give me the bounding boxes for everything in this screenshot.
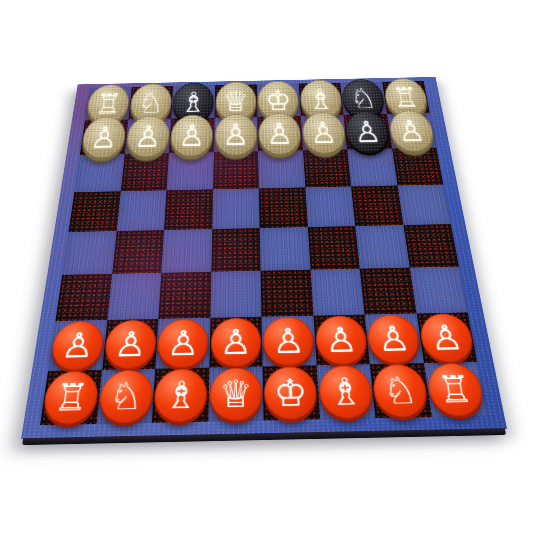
square-e3[interactable] [261, 270, 314, 317]
white-bishop-icon: ♗ [327, 372, 363, 410]
square-h8[interactable]: ♖ [382, 81, 430, 114]
square-c2[interactable]: ♙ [155, 318, 210, 369]
white-pawn-icon: ♙ [324, 322, 359, 357]
black-pawn-icon: ♙ [222, 119, 249, 149]
square-b6[interactable] [120, 153, 168, 191]
square-b4[interactable] [112, 230, 164, 274]
square-g8[interactable]: ♘ [340, 82, 387, 115]
square-g5[interactable] [351, 185, 403, 226]
square-a5[interactable] [68, 191, 120, 232]
black-queen-icon: ♕ [223, 87, 249, 115]
square-g2[interactable]: ♙ [365, 313, 424, 364]
white-knight-icon: ♘ [381, 371, 419, 409]
piece-white-pawn-b2[interactable]: ♙ [103, 319, 157, 369]
square-c6[interactable] [167, 152, 214, 190]
piece-white-rook-h1[interactable]: ♖ [425, 362, 486, 416]
piece-white-rook-a1[interactable]: ♖ [41, 370, 100, 424]
black-bishop-icon: ♗ [180, 88, 207, 116]
square-b3[interactable] [107, 273, 161, 320]
square-a1[interactable]: ♖ [40, 370, 102, 425]
white-pawn-icon: ♙ [428, 320, 466, 355]
square-h7[interactable]: ♙ [387, 113, 437, 148]
square-a2[interactable]: ♙ [48, 320, 107, 371]
black-pawn-icon: ♙ [266, 119, 294, 149]
square-d2[interactable]: ♙ [209, 317, 263, 368]
square-c3[interactable] [158, 272, 211, 319]
square-h1[interactable]: ♖ [424, 362, 488, 417]
white-rook-icon: ♖ [435, 370, 474, 408]
square-f8[interactable]: ♗ [298, 83, 343, 116]
white-knight-icon: ♘ [108, 377, 144, 415]
square-d5[interactable] [212, 188, 260, 229]
piece-black-pawn-b7[interactable]: ♙ [125, 115, 170, 158]
white-pawn-icon: ♙ [272, 323, 305, 358]
square-f2[interactable]: ♙ [313, 315, 370, 366]
piece-white-pawn-g2[interactable]: ♙ [366, 314, 422, 364]
piece-black-pawn-c7[interactable]: ♙ [170, 114, 214, 157]
square-c4[interactable] [161, 229, 212, 273]
square-f7[interactable]: ♙ [300, 115, 347, 150]
square-d4[interactable] [211, 228, 261, 272]
board-grid: ♖♘♗♕♔♗♘♖♙♙♙♙♙♙♙♙♙♙♙♙♙♙♙♙♖♘♗♕♔♗♘♖ [40, 81, 487, 425]
square-e7[interactable]: ♙ [257, 116, 302, 151]
white-pawn-icon: ♙ [376, 321, 412, 356]
white-king-icon: ♔ [273, 374, 308, 412]
square-h2[interactable]: ♙ [416, 312, 477, 363]
square-g1[interactable]: ♘ [370, 363, 432, 418]
piece-white-bishop-f1[interactable]: ♗ [317, 365, 374, 419]
square-g7[interactable]: ♙ [344, 114, 392, 149]
black-king-icon: ♔ [265, 86, 292, 114]
black-pawn-icon: ♙ [89, 122, 119, 152]
square-e4[interactable] [260, 227, 310, 271]
square-a7[interactable]: ♙ [80, 120, 128, 156]
square-h3[interactable] [409, 267, 467, 314]
piece-white-pawn-d2[interactable]: ♙ [210, 317, 261, 367]
square-b7[interactable]: ♙ [124, 119, 171, 155]
square-d6[interactable] [213, 151, 259, 189]
square-h6[interactable] [392, 148, 444, 186]
piece-white-pawn-h2[interactable]: ♙ [417, 313, 476, 363]
square-c7[interactable]: ♙ [169, 118, 214, 154]
square-e8[interactable]: ♔ [257, 84, 301, 117]
white-rook-icon: ♖ [52, 378, 90, 416]
white-pawn-icon: ♙ [113, 327, 148, 362]
chess-board: ♖♘♗♕♔♗♘♖♙♙♙♙♙♙♙♙♙♙♙♙♙♙♙♙♖♘♗♕♔♗♘♖ [21, 77, 507, 439]
square-h4[interactable] [403, 224, 459, 268]
piece-white-pawn-f2[interactable]: ♙ [314, 315, 368, 365]
piece-white-queen-d1[interactable]: ♕ [209, 367, 262, 421]
square-g6[interactable] [347, 149, 397, 187]
white-pawn-icon: ♙ [166, 325, 199, 360]
piece-black-pawn-a7[interactable]: ♙ [80, 116, 127, 159]
square-f5[interactable] [305, 186, 355, 227]
square-b5[interactable] [116, 190, 166, 231]
square-e6[interactable] [258, 150, 305, 188]
piece-black-pawn-d7[interactable]: ♙ [214, 113, 257, 156]
square-f4[interactable] [307, 226, 359, 270]
square-d8[interactable]: ♕ [214, 84, 257, 117]
white-bishop-icon: ♗ [163, 376, 198, 414]
piece-black-pawn-e7[interactable]: ♙ [258, 112, 302, 155]
square-a6[interactable] [74, 154, 124, 192]
square-f1[interactable]: ♗ [316, 364, 375, 419]
white-pawn-icon: ♙ [220, 324, 252, 359]
square-b8[interactable]: ♘ [128, 86, 173, 119]
square-d3[interactable] [210, 271, 262, 318]
square-f6[interactable] [303, 150, 351, 188]
square-g4[interactable] [355, 225, 409, 269]
square-e1[interactable]: ♔ [263, 365, 320, 420]
black-rook-icon: ♖ [391, 83, 421, 111]
piece-black-pawn-f7[interactable]: ♙ [301, 112, 346, 155]
piece-white-knight-g1[interactable]: ♘ [371, 364, 430, 418]
square-c5[interactable] [164, 189, 213, 230]
black-knight-icon: ♘ [349, 84, 378, 112]
square-a8[interactable]: ♖ [85, 87, 132, 120]
piece-white-bishop-c1[interactable]: ♗ [153, 368, 208, 422]
piece-white-pawn-c2[interactable]: ♙ [157, 318, 209, 368]
square-g3[interactable] [360, 268, 416, 315]
black-pawn-icon: ♙ [309, 118, 338, 148]
square-c1[interactable]: ♗ [152, 368, 209, 423]
black-pawn-icon: ♙ [396, 116, 427, 146]
piece-black-pawn-g7[interactable]: ♙ [344, 111, 391, 154]
piece-white-king-e1[interactable]: ♔ [264, 366, 319, 420]
square-e5[interactable] [259, 187, 308, 228]
board-frame: ♖♘♗♕♔♗♘♖♙♙♙♙♙♙♙♙♙♙♙♙♙♙♙♙♖♘♗♕♔♗♘♖ [21, 77, 507, 439]
square-b2[interactable]: ♙ [102, 319, 159, 370]
piece-white-knight-b1[interactable]: ♘ [97, 369, 154, 423]
white-queen-icon: ♕ [219, 375, 253, 413]
square-b1[interactable]: ♘ [96, 369, 155, 424]
piece-white-pawn-e2[interactable]: ♙ [263, 316, 315, 366]
black-bishop-icon: ♗ [307, 85, 335, 113]
piece-black-pawn-h7[interactable]: ♙ [387, 110, 436, 153]
square-c8[interactable]: ♗ [171, 85, 215, 118]
square-d7[interactable]: ♙ [214, 117, 259, 153]
square-h5[interactable] [397, 184, 451, 225]
black-pawn-icon: ♙ [133, 121, 162, 151]
square-a3[interactable] [55, 274, 111, 321]
black-rook-icon: ♖ [94, 90, 123, 118]
square-e2[interactable]: ♙ [262, 316, 317, 367]
square-a4[interactable] [62, 231, 116, 275]
square-d1[interactable]: ♕ [208, 366, 264, 421]
white-pawn-icon: ♙ [60, 328, 96, 363]
black-knight-icon: ♘ [137, 89, 165, 117]
black-pawn-icon: ♙ [352, 117, 382, 147]
piece-white-pawn-a2[interactable]: ♙ [49, 320, 105, 370]
black-pawn-icon: ♙ [178, 120, 206, 150]
photo-background: ♖♘♗♕♔♗♘♖♙♙♙♙♙♙♙♙♙♙♙♙♙♙♙♙♖♘♗♕♔♗♘♖ [0, 0, 533, 533]
square-f3[interactable] [310, 269, 364, 316]
